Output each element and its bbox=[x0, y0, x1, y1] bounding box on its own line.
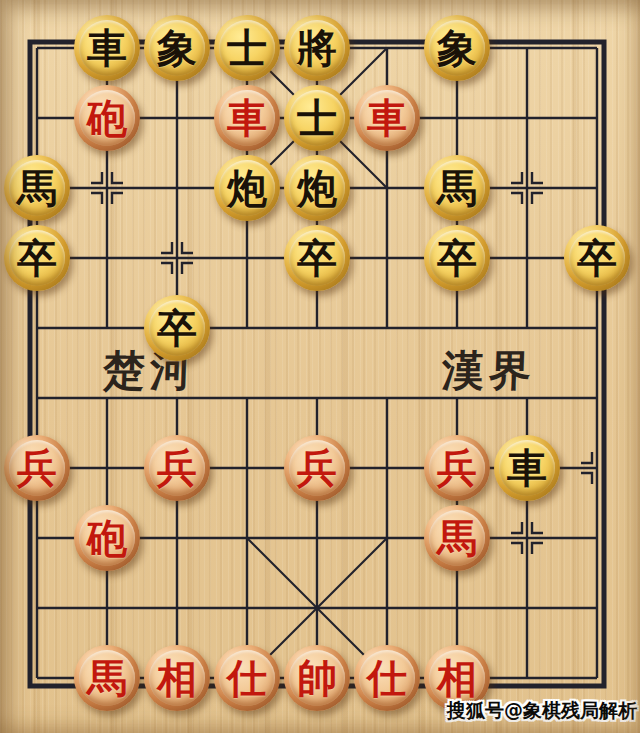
piece-glyph: 士 bbox=[214, 15, 280, 81]
piece-black-advisor[interactable]: 士 bbox=[214, 15, 280, 81]
piece-black-soldier[interactable]: 卒 bbox=[4, 225, 70, 291]
piece-glyph: 炮 bbox=[214, 155, 280, 221]
piece-glyph: 馬 bbox=[424, 505, 490, 571]
piece-glyph: 卒 bbox=[424, 225, 490, 291]
piece-glyph: 馬 bbox=[4, 155, 70, 221]
piece-black-soldier[interactable]: 卒 bbox=[144, 295, 210, 361]
watermark-text: 搜狐号@象棋残局解析 bbox=[0, 698, 637, 724]
piece-glyph: 兵 bbox=[424, 435, 490, 501]
piece-black-general[interactable]: 將 bbox=[284, 15, 350, 81]
piece-glyph: 炮 bbox=[284, 155, 350, 221]
piece-glyph: 砲 bbox=[74, 505, 140, 571]
piece-glyph: 馬 bbox=[424, 155, 490, 221]
piece-glyph: 兵 bbox=[284, 435, 350, 501]
piece-black-horse[interactable]: 馬 bbox=[4, 155, 70, 221]
piece-glyph: 士 bbox=[284, 85, 350, 151]
piece-glyph: 象 bbox=[144, 15, 210, 81]
piece-black-horse[interactable]: 馬 bbox=[424, 155, 490, 221]
piece-red-soldier[interactable]: 兵 bbox=[4, 435, 70, 501]
piece-red-chariot[interactable]: 車 bbox=[354, 85, 420, 151]
piece-glyph: 兵 bbox=[4, 435, 70, 501]
piece-glyph: 車 bbox=[354, 85, 420, 151]
piece-red-cannon[interactable]: 砲 bbox=[74, 505, 140, 571]
piece-red-soldier[interactable]: 兵 bbox=[144, 435, 210, 501]
piece-black-chariot[interactable]: 車 bbox=[74, 15, 140, 81]
piece-glyph: 卒 bbox=[4, 225, 70, 291]
piece-glyph: 卒 bbox=[284, 225, 350, 291]
piece-glyph: 砲 bbox=[74, 85, 140, 151]
xiangqi-board: 楚河 漢界 車象士將象砲車士車馬炮炮馬卒卒卒卒卒兵兵兵兵車砲馬馬相仕帥仕相 搜狐… bbox=[0, 0, 640, 733]
piece-black-cannon[interactable]: 炮 bbox=[284, 155, 350, 221]
piece-glyph: 象 bbox=[424, 15, 490, 81]
piece-glyph: 車 bbox=[494, 435, 560, 501]
piece-glyph: 車 bbox=[214, 85, 280, 151]
piece-black-advisor[interactable]: 士 bbox=[284, 85, 350, 151]
piece-glyph: 卒 bbox=[144, 295, 210, 361]
piece-glyph: 卒 bbox=[564, 225, 630, 291]
piece-red-soldier[interactable]: 兵 bbox=[424, 435, 490, 501]
piece-black-elephant[interactable]: 象 bbox=[424, 15, 490, 81]
piece-black-cannon[interactable]: 炮 bbox=[214, 155, 280, 221]
piece-black-soldier[interactable]: 卒 bbox=[424, 225, 490, 291]
piece-glyph: 將 bbox=[284, 15, 350, 81]
piece-glyph: 兵 bbox=[144, 435, 210, 501]
piece-red-soldier[interactable]: 兵 bbox=[284, 435, 350, 501]
piece-black-elephant[interactable]: 象 bbox=[144, 15, 210, 81]
piece-black-soldier[interactable]: 卒 bbox=[284, 225, 350, 291]
piece-black-soldier[interactable]: 卒 bbox=[564, 225, 630, 291]
piece-red-horse[interactable]: 馬 bbox=[424, 505, 490, 571]
piece-red-cannon[interactable]: 砲 bbox=[74, 85, 140, 151]
piece-black-chariot[interactable]: 車 bbox=[494, 435, 560, 501]
piece-red-chariot[interactable]: 車 bbox=[214, 85, 280, 151]
piece-glyph: 車 bbox=[74, 15, 140, 81]
